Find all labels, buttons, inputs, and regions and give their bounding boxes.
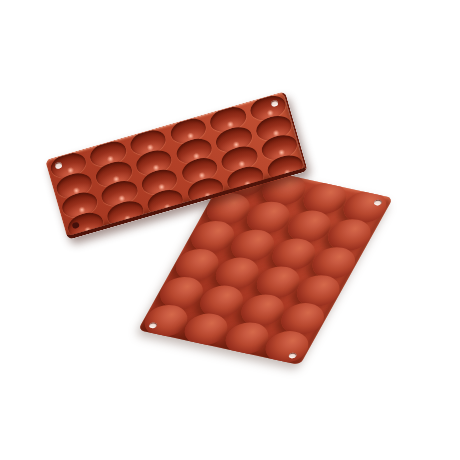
product-photo: Two terracotta-red silicone half-sphere …: [0, 0, 460, 460]
